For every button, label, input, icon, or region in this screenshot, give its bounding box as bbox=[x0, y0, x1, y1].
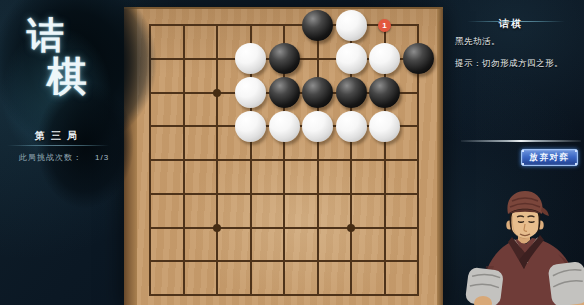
white-stone bbox=[302, 111, 333, 142]
puzzle-calligraphy-char2: 棋 bbox=[47, 56, 87, 96]
black-stone bbox=[302, 77, 333, 108]
move-marker: 1 bbox=[378, 19, 391, 32]
attempts-label: 此局挑战次数： bbox=[19, 153, 82, 162]
panel-title: 诘棋 bbox=[455, 17, 567, 31]
grid-line-horizontal bbox=[149, 193, 419, 195]
white-stone bbox=[269, 111, 300, 142]
sidebar-divider bbox=[7, 145, 109, 146]
star-point bbox=[213, 89, 221, 97]
game-screen: 诘 棋 第三局 此局挑战次数：1/3 1 诘棋 黑先劫活。 提示：切勿形成方四之… bbox=[0, 0, 584, 305]
grid-line-horizontal bbox=[149, 260, 419, 262]
black-stone bbox=[269, 43, 300, 74]
white-stone bbox=[369, 43, 400, 74]
white-stone bbox=[336, 43, 367, 74]
black-stone bbox=[403, 43, 434, 74]
grid-line-horizontal bbox=[149, 227, 419, 229]
puzzle-calligraphy-char1: 诘 bbox=[27, 17, 64, 54]
white-stone bbox=[235, 111, 266, 142]
left-sidebar: 诘 棋 第三局 此局挑战次数：1/3 bbox=[0, 0, 124, 305]
attempts-value: 1/3 bbox=[95, 153, 109, 162]
attempts-counter: 此局挑战次数：1/3 bbox=[19, 152, 109, 163]
white-stone bbox=[235, 43, 266, 74]
forfeit-button[interactable]: 放弃对弈 bbox=[521, 149, 578, 166]
white-stone bbox=[336, 111, 367, 142]
info-panel: 诘棋 黑先劫活。 提示：切勿形成方四之形。 放弃对弈 bbox=[443, 0, 584, 305]
puzzle-objective: 黑先劫活。 bbox=[455, 36, 500, 48]
grid-line-vertical bbox=[317, 24, 319, 296]
npc-portrait bbox=[462, 170, 584, 305]
round-label: 第三局 bbox=[4, 129, 108, 143]
black-stone bbox=[336, 77, 367, 108]
star-point bbox=[347, 224, 355, 232]
black-stone bbox=[369, 77, 400, 108]
board-grid[interactable]: 1 bbox=[150, 25, 418, 295]
grid-line-horizontal bbox=[149, 294, 419, 296]
white-stone bbox=[369, 111, 400, 142]
puzzle-hint: 提示：切勿形成方四之形。 bbox=[455, 58, 563, 70]
title-underline bbox=[467, 21, 565, 22]
white-stone bbox=[235, 77, 266, 108]
star-point bbox=[213, 224, 221, 232]
white-stone bbox=[336, 10, 367, 41]
black-stone bbox=[302, 10, 333, 41]
panel-divider bbox=[461, 140, 581, 142]
black-stone bbox=[269, 77, 300, 108]
grid-line-horizontal bbox=[149, 159, 419, 161]
